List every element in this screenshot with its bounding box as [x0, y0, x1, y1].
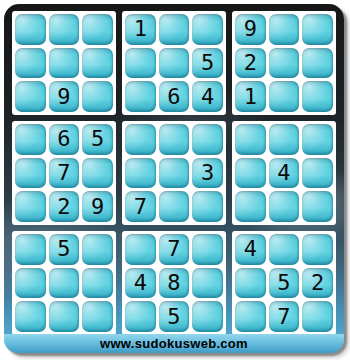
sudoku-cell-r3c6[interactable]: 4 [192, 81, 223, 112]
sudoku-cell-r4c3[interactable]: 5 [82, 124, 113, 155]
sudoku-cell-r8c8[interactable]: 5 [269, 268, 300, 299]
sudoku-cell-r1c1[interactable] [15, 14, 46, 45]
sudoku-cell-r7c2[interactable]: 5 [49, 234, 80, 265]
sudoku-cell-r8c1[interactable] [15, 268, 46, 299]
sudoku-box-9: 4527 [232, 231, 336, 335]
sudoku-cell-r3c1[interactable] [15, 81, 46, 112]
sudoku-cell-r1c7[interactable]: 9 [235, 14, 266, 45]
sudoku-cell-r9c3[interactable] [82, 301, 113, 332]
sudoku-cell-r8c4[interactable]: 4 [125, 268, 156, 299]
sudoku-cell-r4c4[interactable] [125, 124, 156, 155]
sudoku-cell-r1c8[interactable] [269, 14, 300, 45]
sudoku-box-8: 7485 [122, 231, 226, 335]
sudoku-cell-r2c1[interactable] [15, 48, 46, 79]
sudoku-box-3: 921 [232, 11, 336, 115]
sudoku-cell-r3c4[interactable] [125, 81, 156, 112]
sudoku-cell-r1c6[interactable] [192, 14, 223, 45]
sudoku-cell-r7c7[interactable]: 4 [235, 234, 266, 265]
sudoku-box-6: 4 [232, 121, 336, 225]
sudoku-cell-r2c6[interactable]: 5 [192, 48, 223, 79]
sudoku-cell-r2c5[interactable] [159, 48, 190, 79]
sudoku-cell-r6c6[interactable] [192, 191, 223, 222]
sudoku-cell-r4c6[interactable] [192, 124, 223, 155]
sudoku-cell-r1c2[interactable] [49, 14, 80, 45]
sudoku-box-2: 1564 [122, 11, 226, 115]
sudoku-cell-r7c9[interactable] [302, 234, 333, 265]
sudoku-cell-r6c8[interactable] [269, 191, 300, 222]
sudoku-cell-r9c5[interactable]: 5 [159, 301, 190, 332]
sudoku-cell-r6c5[interactable] [159, 191, 190, 222]
sudoku-box-5: 37 [122, 121, 226, 225]
sudoku-cell-r8c7[interactable] [235, 268, 266, 299]
sudoku-cell-r9c7[interactable] [235, 301, 266, 332]
sudoku-cell-r9c2[interactable] [49, 301, 80, 332]
sudoku-cell-r1c5[interactable] [159, 14, 190, 45]
sudoku-cell-r7c8[interactable] [269, 234, 300, 265]
sudoku-cell-r8c9[interactable]: 2 [302, 268, 333, 299]
sudoku-cell-r4c8[interactable] [269, 124, 300, 155]
sudoku-box-4: 65729 [12, 121, 116, 225]
sudoku-cell-r1c9[interactable] [302, 14, 333, 45]
sudoku-cell-r5c3[interactable] [82, 158, 113, 189]
sudoku-cell-r9c6[interactable] [192, 301, 223, 332]
sudoku-cell-r7c1[interactable] [15, 234, 46, 265]
sudoku-cell-r7c5[interactable]: 7 [159, 234, 190, 265]
sudoku-cell-r5c9[interactable] [302, 158, 333, 189]
sudoku-grid: 9156492165729374574854527 [12, 11, 336, 335]
sudoku-cell-r1c4[interactable]: 1 [125, 14, 156, 45]
sudoku-cell-r5c2[interactable]: 7 [49, 158, 80, 189]
sudoku-cell-r9c4[interactable] [125, 301, 156, 332]
sudoku-cell-r4c5[interactable] [159, 124, 190, 155]
sudoku-cell-r8c6[interactable] [192, 268, 223, 299]
sudoku-cell-r8c2[interactable] [49, 268, 80, 299]
sudoku-cell-r6c2[interactable]: 2 [49, 191, 80, 222]
sudoku-cell-r3c2[interactable]: 9 [49, 81, 80, 112]
sudoku-cell-r3c7[interactable]: 1 [235, 81, 266, 112]
sudoku-cell-r4c2[interactable]: 6 [49, 124, 80, 155]
sudoku-cell-r3c9[interactable] [302, 81, 333, 112]
sudoku-cell-r7c6[interactable] [192, 234, 223, 265]
sudoku-cell-r3c8[interactable] [269, 81, 300, 112]
sudoku-cell-r2c7[interactable]: 2 [235, 48, 266, 79]
sudoku-plate: 9156492165729374574854527 www.sudokusweb… [4, 4, 344, 353]
sudoku-cell-r9c1[interactable] [15, 301, 46, 332]
sudoku-cell-r2c8[interactable] [269, 48, 300, 79]
site-url: www.sudokusweb.com [4, 334, 344, 353]
sudoku-cell-r1c3[interactable] [82, 14, 113, 45]
sudoku-cell-r3c5[interactable]: 6 [159, 81, 190, 112]
sudoku-cell-r6c3[interactable]: 9 [82, 191, 113, 222]
sudoku-cell-r4c1[interactable] [15, 124, 46, 155]
sudoku-cell-r5c1[interactable] [15, 158, 46, 189]
sudoku-cell-r5c4[interactable] [125, 158, 156, 189]
sudoku-cell-r8c3[interactable] [82, 268, 113, 299]
sudoku-cell-r4c7[interactable] [235, 124, 266, 155]
sudoku-box-1: 9 [12, 11, 116, 115]
sudoku-cell-r6c1[interactable] [15, 191, 46, 222]
sudoku-cell-r2c9[interactable] [302, 48, 333, 79]
sudoku-cell-r6c7[interactable] [235, 191, 266, 222]
sudoku-cell-r9c8[interactable]: 7 [269, 301, 300, 332]
sudoku-cell-r6c4[interactable]: 7 [125, 191, 156, 222]
sudoku-cell-r5c7[interactable] [235, 158, 266, 189]
sudoku-cell-r2c2[interactable] [49, 48, 80, 79]
sudoku-box-7: 5 [12, 231, 116, 335]
sudoku-cell-r2c4[interactable] [125, 48, 156, 79]
sudoku-cell-r8c5[interactable]: 8 [159, 268, 190, 299]
sudoku-cell-r5c5[interactable] [159, 158, 190, 189]
sudoku-cell-r7c4[interactable] [125, 234, 156, 265]
sudoku-cell-r4c9[interactable] [302, 124, 333, 155]
sudoku-cell-r6c9[interactable] [302, 191, 333, 222]
sudoku-cell-r5c8[interactable]: 4 [269, 158, 300, 189]
sudoku-cell-r2c3[interactable] [82, 48, 113, 79]
sudoku-cell-r5c6[interactable]: 3 [192, 158, 223, 189]
sudoku-cell-r3c3[interactable] [82, 81, 113, 112]
sudoku-cell-r7c3[interactable] [82, 234, 113, 265]
sudoku-cell-r9c9[interactable] [302, 301, 333, 332]
